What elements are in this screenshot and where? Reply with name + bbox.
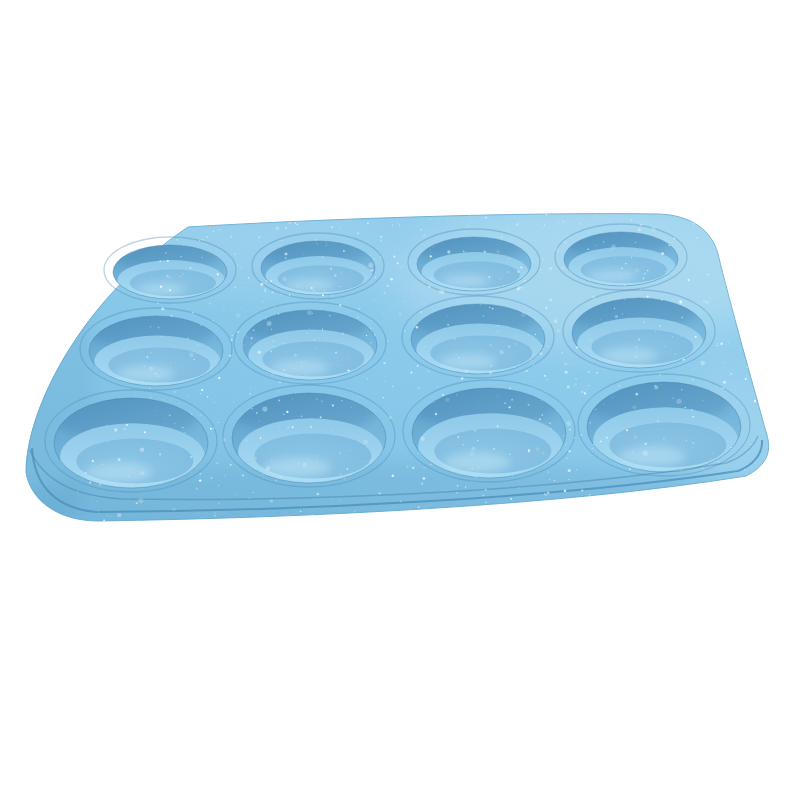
muffin-cup-r3c2	[223, 385, 395, 487]
muffin-cup-r1c1	[104, 237, 236, 303]
muffin-cup-r2c4	[563, 290, 715, 372]
muffin-cup-r2c1	[80, 308, 232, 390]
muffin-pan-photo	[0, 0, 800, 800]
product-photo	[0, 0, 800, 800]
muffin-cup-r3c1	[45, 390, 217, 492]
muffin-cup-r1c3	[408, 229, 540, 295]
muffin-cup-r1c2	[252, 233, 384, 299]
muffin-cup-r1c4	[555, 224, 687, 290]
muffin-cup-r3c3	[403, 380, 575, 482]
muffin-cup-r2c3	[402, 296, 554, 378]
muffin-cup-r3c4	[578, 374, 750, 476]
